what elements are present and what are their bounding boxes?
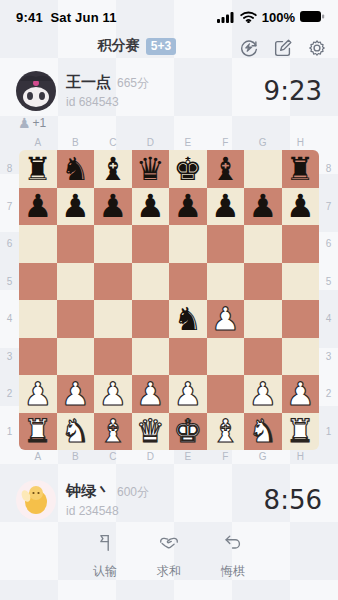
square-f6[interactable]	[207, 225, 245, 263]
square-b4[interactable]	[57, 300, 95, 338]
square-g6[interactable]	[244, 225, 282, 263]
square-g2[interactable]: ♟	[244, 375, 282, 413]
rank-label-6: 6	[319, 225, 338, 263]
square-c3[interactable]	[94, 338, 132, 376]
black-pawn: ♟	[248, 190, 277, 222]
rank-label-4: 4	[0, 300, 19, 338]
square-e5[interactable]	[169, 263, 207, 301]
black-bishop: ♝	[211, 153, 240, 185]
white-pawn: ♟	[61, 378, 90, 410]
square-f4[interactable]: ♟	[207, 300, 245, 338]
square-f8[interactable]: ♝	[207, 150, 245, 188]
battery-icon	[300, 9, 325, 27]
square-f7[interactable]: ♟	[207, 188, 245, 226]
rank-labels-left: 87654321	[0, 150, 19, 450]
player-top-rating: 665分	[117, 75, 149, 92]
white-rook: ♜	[23, 415, 52, 447]
rank-labels-right: 87654321	[319, 150, 338, 450]
square-h2[interactable]: ♟	[282, 375, 320, 413]
white-pawn: ♟	[23, 378, 52, 410]
quick-analysis-icon[interactable]	[238, 37, 260, 59]
settings-gear-icon[interactable]	[306, 37, 328, 59]
file-label-f: F	[207, 450, 245, 464]
undo-arrow-icon	[222, 532, 244, 558]
handshake-icon	[157, 532, 181, 558]
square-b2[interactable]: ♟	[57, 375, 95, 413]
square-c6[interactable]	[94, 225, 132, 263]
file-label-e: E	[169, 136, 207, 150]
black-pawn: ♟	[286, 190, 315, 222]
white-bishop: ♝	[211, 415, 240, 447]
square-b1[interactable]: ♞	[57, 413, 95, 451]
rank-label-7: 7	[319, 188, 338, 226]
file-label-e: E	[169, 450, 207, 464]
square-h6[interactable]	[282, 225, 320, 263]
square-d1[interactable]: ♛	[132, 413, 170, 451]
square-a4[interactable]	[19, 300, 57, 338]
white-pawn: ♟	[173, 378, 202, 410]
square-c1[interactable]: ♝	[94, 413, 132, 451]
square-g3[interactable]	[244, 338, 282, 376]
player-bottom-clock: 8:56	[264, 485, 322, 515]
square-h8[interactable]: ♜	[282, 150, 320, 188]
file-labels-top: ABCDEFGH	[0, 136, 338, 150]
white-knight: ♞	[61, 415, 90, 447]
square-c2[interactable]: ♟	[94, 375, 132, 413]
black-queen: ♛	[136, 153, 165, 185]
square-e1[interactable]: ♚	[169, 413, 207, 451]
player-top-row: 王一点 665分 id 684543 9:23	[16, 71, 322, 111]
board: ♜♞♝♛♚♝♜♟♟♟♟♟♟♟♟♞♟♟♟♟♟♟♟♟♜♞♝♛♚♝♞♜	[19, 150, 319, 450]
rank-label-3: 3	[0, 338, 19, 376]
player-top-name: 王一点	[66, 73, 111, 92]
square-d5[interactable]	[132, 263, 170, 301]
square-g7[interactable]: ♟	[244, 188, 282, 226]
square-a7[interactable]: ♟	[19, 188, 57, 226]
square-c5[interactable]	[94, 263, 132, 301]
square-g4[interactable]	[244, 300, 282, 338]
square-e6[interactable]	[169, 225, 207, 263]
player-top-avatar[interactable]	[16, 71, 56, 111]
square-f5[interactable]	[207, 263, 245, 301]
square-b8[interactable]: ♞	[57, 150, 95, 188]
square-a3[interactable]	[19, 338, 57, 376]
file-label-a: A	[19, 450, 57, 464]
file-label-c: C	[94, 136, 132, 150]
square-e4[interactable]: ♞	[169, 300, 207, 338]
black-knight: ♞	[61, 153, 90, 185]
wifi-icon	[240, 9, 257, 27]
rank-label-7: 7	[0, 188, 19, 226]
file-label-h: H	[282, 136, 320, 150]
white-pawn: ♟	[98, 378, 127, 410]
rank-label-1: 1	[319, 413, 338, 451]
white-bishop: ♝	[98, 415, 127, 447]
square-d4[interactable]	[132, 300, 170, 338]
rank-label-4: 4	[319, 300, 338, 338]
square-d6[interactable]	[132, 225, 170, 263]
compose-chat-icon[interactable]	[272, 37, 294, 59]
rank-label-5: 5	[319, 263, 338, 301]
white-pawn: ♟	[211, 303, 240, 335]
square-h7[interactable]: ♟	[282, 188, 320, 226]
square-a1[interactable]: ♜	[19, 413, 57, 451]
square-f2[interactable]	[207, 375, 245, 413]
black-pawn: ♟	[136, 190, 165, 222]
square-g1[interactable]: ♞	[244, 413, 282, 451]
file-label-f: F	[207, 136, 245, 150]
square-h1[interactable]: ♜	[282, 413, 320, 451]
player-bottom-row: 钟绿丶 600分 id 234548 8:56	[16, 480, 322, 520]
square-e8[interactable]: ♚	[169, 150, 207, 188]
file-label-d: D	[132, 450, 170, 464]
player-bottom-id: id 234548	[66, 504, 149, 518]
square-e7[interactable]: ♟	[169, 188, 207, 226]
square-b6[interactable]	[57, 225, 95, 263]
file-label-a: A	[19, 136, 57, 150]
captured-pawn-icon: ♟	[18, 116, 31, 130]
square-a6[interactable]	[19, 225, 57, 263]
player-bottom-rating: 600分	[117, 484, 149, 501]
material-value: +1	[33, 116, 47, 130]
white-king: ♚	[173, 415, 202, 447]
black-rook: ♜	[286, 153, 315, 185]
square-e3[interactable]	[169, 338, 207, 376]
black-pawn: ♟	[61, 190, 90, 222]
offer-draw-label: 求和	[157, 563, 181, 580]
square-f3[interactable]	[207, 338, 245, 376]
file-label-c: C	[94, 450, 132, 464]
square-b3[interactable]	[57, 338, 95, 376]
file-label-b: B	[57, 136, 95, 150]
takeback-label: 悔棋	[221, 563, 245, 580]
square-d8[interactable]: ♛	[132, 150, 170, 188]
status-bar: 9:41 Sat Jun 11 100%	[0, 0, 338, 28]
rank-label-2: 2	[0, 375, 19, 413]
file-label-b: B	[57, 450, 95, 464]
white-queen: ♛	[136, 415, 165, 447]
file-labels-bottom: ABCDEFGH	[0, 450, 338, 464]
square-d7[interactable]: ♟	[132, 188, 170, 226]
square-c4[interactable]	[94, 300, 132, 338]
resign-flag-icon	[94, 532, 116, 558]
square-h4[interactable]	[282, 300, 320, 338]
square-g5[interactable]	[244, 263, 282, 301]
square-a8[interactable]: ♜	[19, 150, 57, 188]
file-label-d: D	[132, 136, 170, 150]
resign-button[interactable]: 认输	[83, 532, 127, 580]
square-d2[interactable]: ♟	[132, 375, 170, 413]
square-b5[interactable]	[57, 263, 95, 301]
rank-label-1: 1	[0, 413, 19, 451]
player-bottom-name: 钟绿丶	[66, 482, 111, 501]
black-king: ♚	[173, 153, 202, 185]
player-bottom-avatar[interactable]	[16, 480, 56, 520]
square-h5[interactable]	[282, 263, 320, 301]
file-label-g: G	[244, 450, 282, 464]
white-knight: ♞	[248, 415, 277, 447]
square-h3[interactable]	[282, 338, 320, 376]
resign-label: 认输	[93, 563, 117, 580]
file-label-g: G	[244, 136, 282, 150]
board-area: ABCDEFGH 87654321 ♜♞♝♛♚♝♜♟♟♟♟♟♟♟♟♞♟♟♟♟♟♟…	[0, 136, 338, 464]
action-bar: 认输 求和 悔棋	[0, 532, 338, 580]
player-top-clock: 9:23	[264, 76, 322, 106]
square-a2[interactable]: ♟	[19, 375, 57, 413]
status-time-date: 9:41 Sat Jun 11	[16, 10, 117, 25]
rank-label-8: 8	[0, 150, 19, 188]
time-control-badge: 5+3	[146, 38, 176, 55]
rank-label-5: 5	[0, 263, 19, 301]
black-pawn: ♟	[23, 190, 52, 222]
battery-percent: 100%	[262, 10, 295, 25]
black-pawn: ♟	[211, 190, 240, 222]
black-pawn: ♟	[173, 190, 202, 222]
square-b7[interactable]: ♟	[57, 188, 95, 226]
square-f1[interactable]: ♝	[207, 413, 245, 451]
player-top-id: id 684543	[66, 95, 149, 109]
material-indicator: ♟ +1	[18, 113, 338, 133]
black-pawn: ♟	[98, 190, 127, 222]
white-pawn: ♟	[286, 378, 315, 410]
white-pawn: ♟	[248, 378, 277, 410]
rank-label-3: 3	[319, 338, 338, 376]
white-pawn: ♟	[136, 378, 165, 410]
black-knight: ♞	[173, 303, 202, 335]
rank-label-8: 8	[319, 150, 338, 188]
game-header: 积分赛 5+3	[0, 37, 338, 63]
rank-label-6: 6	[0, 225, 19, 263]
square-a5[interactable]	[19, 263, 57, 301]
black-rook: ♜	[23, 153, 52, 185]
square-e2[interactable]: ♟	[169, 375, 207, 413]
white-rook: ♜	[286, 415, 315, 447]
file-label-h: H	[282, 450, 320, 464]
cellular-signal-icon	[217, 9, 235, 27]
offer-draw-button[interactable]: 求和	[147, 532, 191, 580]
square-d3[interactable]	[132, 338, 170, 376]
game-mode-label: 积分赛	[98, 37, 140, 55]
takeback-button[interactable]: 悔棋	[211, 532, 255, 580]
square-g8[interactable]	[244, 150, 282, 188]
black-bishop: ♝	[98, 153, 127, 185]
square-c7[interactable]: ♟	[94, 188, 132, 226]
rank-label-2: 2	[319, 375, 338, 413]
square-c8[interactable]: ♝	[94, 150, 132, 188]
